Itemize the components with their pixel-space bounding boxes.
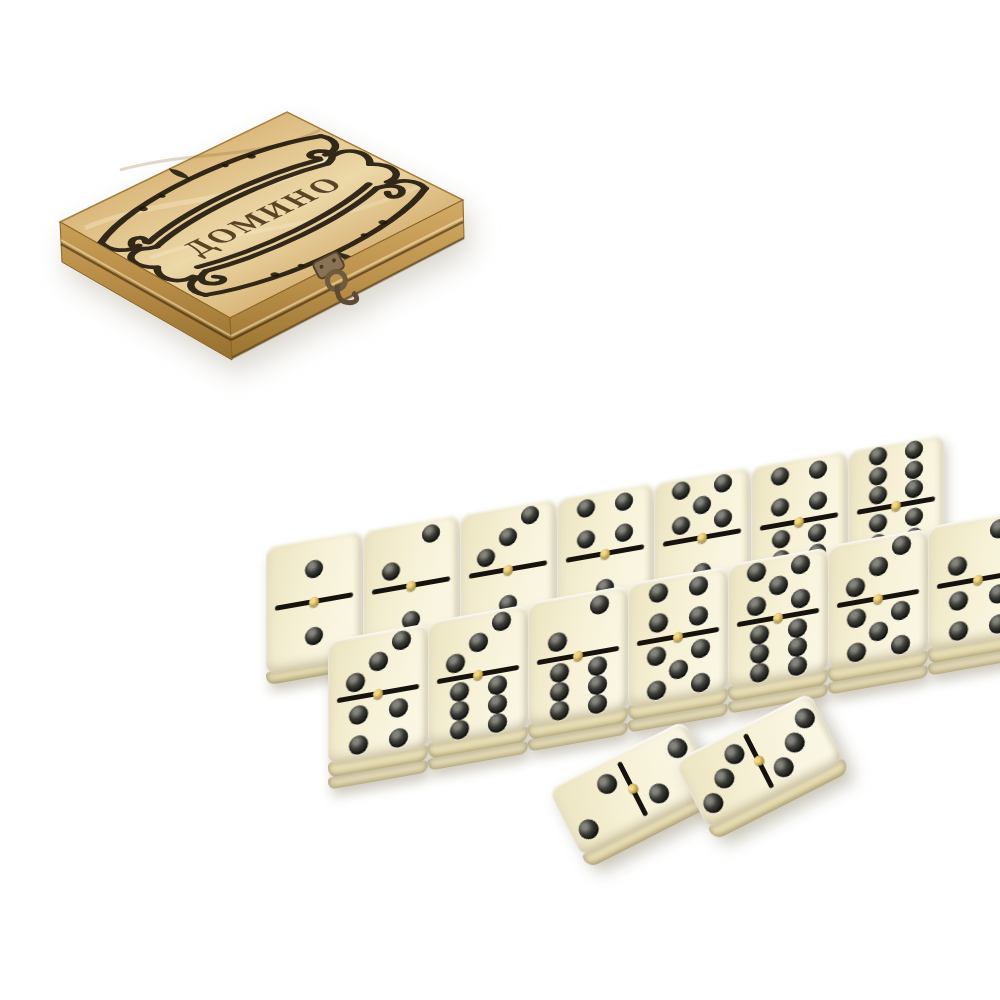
- pip: [710, 765, 737, 792]
- pip: [989, 613, 1000, 635]
- pip: [847, 641, 866, 663]
- pip: [891, 600, 910, 622]
- pip: [771, 497, 789, 518]
- pip: [588, 655, 607, 677]
- pip: [499, 526, 517, 547]
- pip: [588, 693, 607, 715]
- pip: [788, 617, 807, 639]
- pip: [714, 473, 732, 494]
- pip: [389, 697, 408, 719]
- pip: [891, 633, 910, 655]
- pip: [750, 624, 769, 646]
- pip: [346, 671, 365, 693]
- pip: [905, 506, 923, 527]
- domino-tile: [428, 604, 528, 771]
- pip: [305, 625, 323, 646]
- pip: [905, 478, 923, 499]
- pip: [869, 555, 888, 577]
- pip: [747, 562, 766, 584]
- pip: [590, 594, 609, 616]
- domino-box: ДОМИНО: [0, 0, 520, 420]
- pip: [869, 620, 888, 642]
- pip: [791, 587, 810, 609]
- pip: [615, 491, 633, 512]
- pip: [550, 662, 569, 684]
- pip: [349, 704, 368, 726]
- pip: [869, 446, 887, 467]
- pip: [769, 574, 788, 596]
- pip: [521, 505, 539, 526]
- pip: [949, 620, 968, 642]
- pip: [647, 679, 666, 701]
- pip: [747, 595, 766, 617]
- domino-tile: [328, 623, 428, 790]
- pip: [488, 693, 507, 715]
- pip: [588, 674, 607, 696]
- pip: [809, 490, 827, 511]
- pip: [369, 650, 388, 672]
- pip: [847, 608, 866, 630]
- pip: [477, 547, 495, 568]
- pip: [649, 612, 668, 634]
- pip: [791, 554, 810, 576]
- pip: [869, 485, 887, 506]
- pip: [771, 754, 798, 781]
- pip: [949, 590, 968, 612]
- pip: [700, 790, 727, 817]
- domino-tile: [828, 528, 928, 695]
- pip: [781, 729, 808, 756]
- pip: [750, 643, 769, 665]
- pip: [905, 439, 923, 460]
- pip: [689, 605, 708, 627]
- pip: [869, 465, 887, 486]
- pip: [647, 646, 666, 668]
- pip: [649, 582, 668, 604]
- pip: [791, 704, 818, 731]
- pip: [450, 719, 469, 741]
- domino-tile: [728, 547, 828, 714]
- pip: [693, 494, 711, 515]
- pip: [989, 583, 1000, 605]
- pip: [492, 611, 511, 633]
- domino-tile: [528, 585, 628, 752]
- pip: [550, 700, 569, 722]
- pip: [305, 558, 323, 579]
- pip: [721, 740, 748, 767]
- pip: [808, 522, 826, 543]
- pip: [772, 529, 790, 550]
- domino-tile: [928, 509, 1000, 676]
- pip: [469, 631, 488, 653]
- pip: [615, 522, 633, 543]
- pip: [771, 466, 789, 487]
- pip: [714, 507, 732, 528]
- pip: [788, 655, 807, 677]
- pip: [446, 652, 465, 674]
- pip: [577, 529, 595, 550]
- pip: [646, 780, 673, 807]
- pip: [750, 662, 769, 684]
- pip: [905, 459, 923, 480]
- pip: [392, 630, 411, 652]
- pip: [948, 555, 967, 577]
- pip: [846, 576, 865, 598]
- pip: [691, 671, 710, 693]
- pip: [450, 700, 469, 722]
- pip: [349, 734, 368, 756]
- pip: [575, 816, 602, 843]
- domino-tile: [628, 566, 728, 733]
- pip: [691, 638, 710, 660]
- pip: [809, 459, 827, 480]
- pip: [990, 518, 1000, 540]
- pip: [422, 523, 440, 544]
- pip: [550, 681, 569, 703]
- pip: [892, 535, 911, 557]
- product-photo: ДОМИНО: [0, 0, 1000, 1000]
- pip: [488, 674, 507, 696]
- pip: [869, 513, 887, 534]
- pip: [450, 681, 469, 703]
- pip: [788, 636, 807, 658]
- pip: [689, 575, 708, 597]
- pip: [672, 481, 690, 502]
- pip: [548, 631, 567, 653]
- pip: [669, 658, 688, 680]
- pip: [672, 515, 690, 536]
- pip: [577, 498, 595, 519]
- pip: [593, 771, 620, 798]
- pip: [382, 561, 400, 582]
- pip: [389, 727, 408, 749]
- box-illustration: ДОМИНО: [0, 0, 520, 420]
- pip: [488, 712, 507, 734]
